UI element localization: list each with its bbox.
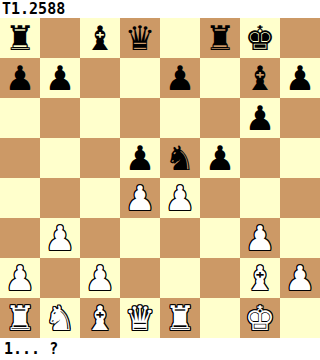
square-d8[interactable]: ♛ bbox=[120, 18, 160, 58]
square-g8[interactable]: ♚ bbox=[240, 18, 280, 58]
square-c6[interactable] bbox=[80, 98, 120, 138]
white-pawn: ♟ bbox=[245, 218, 275, 258]
square-g2[interactable]: ♝ bbox=[240, 258, 280, 298]
square-h7[interactable]: ♟ bbox=[280, 58, 320, 98]
square-c1[interactable]: ♝ bbox=[80, 298, 120, 338]
black-king: ♚ bbox=[245, 18, 275, 58]
white-pawn: ♟ bbox=[285, 258, 315, 298]
square-d4[interactable]: ♟ bbox=[120, 178, 160, 218]
square-f5[interactable]: ♟ bbox=[200, 138, 240, 178]
square-c3[interactable] bbox=[80, 218, 120, 258]
square-c8[interactable]: ♝ bbox=[80, 18, 120, 58]
square-f8[interactable]: ♜ bbox=[200, 18, 240, 58]
square-e8[interactable] bbox=[160, 18, 200, 58]
square-e1[interactable]: ♜ bbox=[160, 298, 200, 338]
square-g7[interactable]: ♝ bbox=[240, 58, 280, 98]
white-pawn: ♟ bbox=[85, 258, 115, 298]
square-b6[interactable] bbox=[40, 98, 80, 138]
white-queen: ♛ bbox=[125, 298, 155, 338]
black-pawn: ♟ bbox=[165, 58, 195, 98]
white-rook: ♜ bbox=[5, 298, 35, 338]
chess-board: ♜♝♛♜♚♟♟♟♝♟♟♟♞♟♟♟♟♟♟♟♝♟♜♞♝♛♜♚ bbox=[0, 18, 320, 338]
square-d3[interactable] bbox=[120, 218, 160, 258]
white-king: ♚ bbox=[245, 298, 275, 338]
square-d7[interactable] bbox=[120, 58, 160, 98]
square-b1[interactable]: ♞ bbox=[40, 298, 80, 338]
square-a6[interactable] bbox=[0, 98, 40, 138]
square-h1[interactable] bbox=[280, 298, 320, 338]
white-bishop: ♝ bbox=[245, 258, 275, 298]
square-d5[interactable]: ♟ bbox=[120, 138, 160, 178]
square-c4[interactable] bbox=[80, 178, 120, 218]
square-g4[interactable] bbox=[240, 178, 280, 218]
square-b8[interactable] bbox=[40, 18, 80, 58]
square-f7[interactable] bbox=[200, 58, 240, 98]
black-rook: ♜ bbox=[205, 18, 235, 58]
square-b3[interactable]: ♟ bbox=[40, 218, 80, 258]
square-a5[interactable] bbox=[0, 138, 40, 178]
square-f3[interactable] bbox=[200, 218, 240, 258]
square-b2[interactable] bbox=[40, 258, 80, 298]
square-g6[interactable]: ♟ bbox=[240, 98, 280, 138]
square-g5[interactable] bbox=[240, 138, 280, 178]
square-a8[interactable]: ♜ bbox=[0, 18, 40, 58]
square-e7[interactable]: ♟ bbox=[160, 58, 200, 98]
square-b5[interactable] bbox=[40, 138, 80, 178]
square-g3[interactable]: ♟ bbox=[240, 218, 280, 258]
square-d2[interactable] bbox=[120, 258, 160, 298]
black-bishop: ♝ bbox=[85, 18, 115, 58]
white-pawn: ♟ bbox=[45, 218, 75, 258]
square-e4[interactable]: ♟ bbox=[160, 178, 200, 218]
black-pawn: ♟ bbox=[285, 58, 315, 98]
square-b7[interactable]: ♟ bbox=[40, 58, 80, 98]
square-e5[interactable]: ♞ bbox=[160, 138, 200, 178]
black-pawn: ♟ bbox=[5, 58, 35, 98]
square-c5[interactable] bbox=[80, 138, 120, 178]
square-f4[interactable] bbox=[200, 178, 240, 218]
square-f1[interactable] bbox=[200, 298, 240, 338]
square-a2[interactable]: ♟ bbox=[0, 258, 40, 298]
black-bishop: ♝ bbox=[245, 58, 275, 98]
square-h2[interactable]: ♟ bbox=[280, 258, 320, 298]
square-a4[interactable] bbox=[0, 178, 40, 218]
black-pawn: ♟ bbox=[205, 138, 235, 178]
square-a1[interactable]: ♜ bbox=[0, 298, 40, 338]
square-e3[interactable] bbox=[160, 218, 200, 258]
white-pawn: ♟ bbox=[5, 258, 35, 298]
square-d6[interactable] bbox=[120, 98, 160, 138]
square-h8[interactable] bbox=[280, 18, 320, 58]
square-f6[interactable] bbox=[200, 98, 240, 138]
square-c7[interactable] bbox=[80, 58, 120, 98]
white-bishop: ♝ bbox=[85, 298, 115, 338]
move-prompt: 1... ? bbox=[0, 338, 320, 360]
square-b4[interactable] bbox=[40, 178, 80, 218]
square-e6[interactable] bbox=[160, 98, 200, 138]
square-h6[interactable] bbox=[280, 98, 320, 138]
square-a3[interactable] bbox=[0, 218, 40, 258]
square-c2[interactable]: ♟ bbox=[80, 258, 120, 298]
white-knight: ♞ bbox=[45, 298, 75, 338]
white-pawn: ♟ bbox=[165, 178, 195, 218]
square-g1[interactable]: ♚ bbox=[240, 298, 280, 338]
square-d1[interactable]: ♛ bbox=[120, 298, 160, 338]
square-a7[interactable]: ♟ bbox=[0, 58, 40, 98]
black-pawn: ♟ bbox=[245, 98, 275, 138]
black-pawn: ♟ bbox=[125, 138, 155, 178]
square-f2[interactable] bbox=[200, 258, 240, 298]
page-title: T1.2588 bbox=[0, 0, 320, 18]
black-knight: ♞ bbox=[165, 138, 195, 178]
square-h5[interactable] bbox=[280, 138, 320, 178]
square-e2[interactable] bbox=[160, 258, 200, 298]
square-h3[interactable] bbox=[280, 218, 320, 258]
black-pawn: ♟ bbox=[45, 58, 75, 98]
black-queen: ♛ bbox=[125, 18, 155, 58]
square-h4[interactable] bbox=[280, 178, 320, 218]
white-pawn: ♟ bbox=[125, 178, 155, 218]
black-rook: ♜ bbox=[5, 18, 35, 58]
white-rook: ♜ bbox=[165, 298, 195, 338]
